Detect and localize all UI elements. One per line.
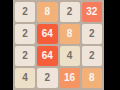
2048-board[interactable]: 28232264822644242168 bbox=[13, 0, 104, 90]
tile-r1c1: 2 bbox=[15, 2, 35, 22]
tile-r1c4: 32 bbox=[82, 2, 102, 22]
tile-r4c1: 4 bbox=[15, 68, 35, 88]
tile-r3c2: 64 bbox=[37, 46, 57, 66]
tile-r1c3: 2 bbox=[60, 2, 80, 22]
tile-r2c3: 8 bbox=[60, 24, 80, 44]
tile-r2c4: 2 bbox=[82, 24, 102, 44]
tile-r3c3: 4 bbox=[60, 46, 80, 66]
tile-r3c4: 2 bbox=[82, 46, 102, 66]
tile-r4c3: 16 bbox=[60, 68, 80, 88]
tile-r2c2: 64 bbox=[37, 24, 57, 44]
tile-r2c1: 2 bbox=[15, 24, 35, 44]
tile-r4c4: 8 bbox=[82, 68, 102, 88]
tile-r4c2: 2 bbox=[37, 68, 57, 88]
tile-r1c2: 8 bbox=[37, 2, 57, 22]
game-stage: 28232264822644242168 bbox=[0, 0, 120, 90]
tile-r3c1: 2 bbox=[15, 46, 35, 66]
